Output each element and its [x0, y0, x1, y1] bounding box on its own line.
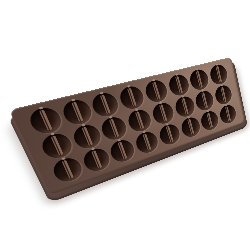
coffee-bean-cavity [166, 72, 190, 97]
coffee-bean-cavity [208, 63, 229, 86]
coffee-bean-cavity [38, 130, 75, 161]
coffee-bean-cavity [133, 129, 160, 155]
coffee-bean-cavity [117, 84, 146, 111]
bean-crease-ridge [39, 110, 52, 131]
bean-crease-ridge [225, 106, 231, 121]
coffee-bean-cavity [70, 122, 104, 151]
vent-hole-dot [38, 106, 43, 109]
coffee-bean-cavity [213, 83, 233, 106]
bean-crease-ridge [135, 111, 144, 129]
coffee-bean-cavity [143, 78, 170, 104]
bean-crease-ridge [216, 66, 222, 82]
bean-crease-ridge [62, 160, 74, 179]
coffee-bean-cavity [99, 114, 130, 142]
coffee-bean-cavity [26, 105, 65, 136]
coffee-bean-cavity [188, 67, 210, 91]
bean-crease-ridge [152, 82, 161, 100]
coffee-bean-cavity [194, 88, 216, 112]
vent-hole-dot [127, 85, 130, 88]
bean-crease-ridge [175, 76, 183, 93]
bean-crease-ridge [109, 119, 119, 137]
coffee-bean-cavity [218, 103, 237, 126]
vent-hole-dot [196, 68, 199, 70]
coffee-bean-cavity [125, 107, 153, 134]
coffee-bean-cavity [108, 137, 137, 165]
bean-crease-ridge [166, 126, 174, 142]
bean-crease-ridge [221, 87, 227, 103]
bean-crease-ridge [81, 127, 92, 146]
bean-crease-ridge [143, 133, 152, 150]
coffee-bean-cavity [179, 115, 202, 139]
bean-crease-ridge [100, 95, 111, 114]
bean-crease-ridge [127, 88, 137, 107]
bean-crease-ridge [71, 102, 83, 122]
coffee-bean-cavity [150, 100, 176, 126]
vent-hole-dot [71, 98, 75, 101]
coffee-bean-cavity [173, 94, 196, 119]
coffee-bean-cavity [157, 122, 182, 147]
bean-crease-ridge [91, 150, 102, 168]
bean-crease-ridge [202, 92, 209, 108]
bean-crease-ridge [207, 112, 213, 128]
bean-crease-ridge [181, 98, 188, 115]
vent-hole-dot [100, 91, 104, 94]
coffee-bean-cavity [89, 90, 121, 119]
coffee-bean-cavity [199, 109, 220, 132]
mold-tray [9, 57, 245, 195]
product-photo-stage [0, 0, 250, 250]
coffee-bean-cavity [49, 155, 84, 185]
vent-hole-dot [109, 115, 113, 118]
coffee-bean-cavity [80, 145, 112, 174]
bean-crease-ridge [51, 136, 64, 156]
bean-crease-ridge [159, 104, 167, 121]
bean-crease-ridge [187, 119, 194, 135]
coffee-bean-cavity [59, 97, 94, 127]
bean-crease-ridge [196, 71, 203, 88]
bean-crease-ridge [118, 142, 128, 160]
